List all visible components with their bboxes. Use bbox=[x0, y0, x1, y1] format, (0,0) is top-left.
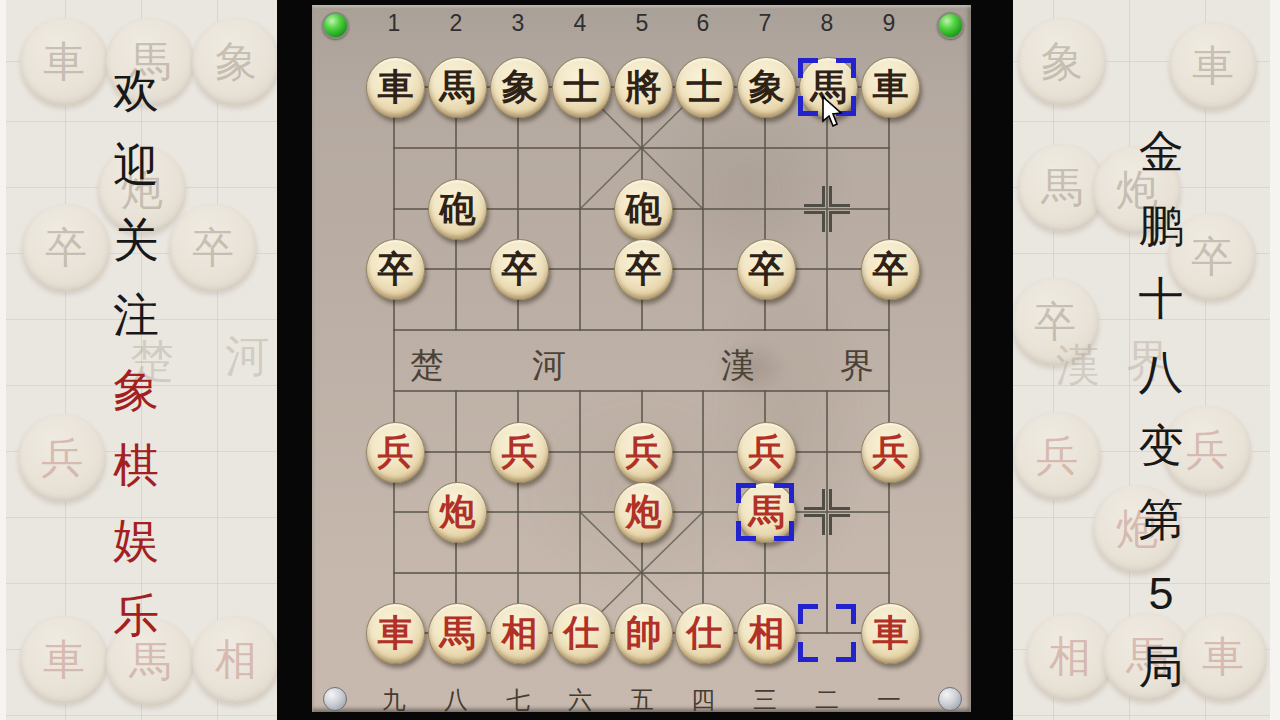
right-banner-character: 八 bbox=[1126, 345, 1196, 401]
left-banner-character: 乐 bbox=[101, 587, 171, 643]
app-window: { "game": "xiangqi", "title": "金鹏十八变第5局"… bbox=[0, 0, 1280, 720]
left-banner-character: 关 bbox=[101, 212, 171, 268]
red-piece-相[interactable]: 相 bbox=[737, 603, 796, 664]
grid-line-vertical bbox=[702, 86, 704, 331]
right-banner-character: 变 bbox=[1126, 418, 1196, 474]
red-piece-帥[interactable]: 帥 bbox=[614, 603, 673, 664]
ghost-piece: 兵 bbox=[1013, 412, 1101, 500]
red-piece-炮[interactable]: 炮 bbox=[614, 482, 673, 543]
ghost-piece: 車 bbox=[20, 616, 108, 704]
corner-screw-left bbox=[323, 687, 347, 711]
black-piece-象[interactable]: 象 bbox=[737, 57, 796, 118]
file-number-label: 五 bbox=[620, 684, 664, 716]
ghost-piece: 相 bbox=[1026, 613, 1114, 701]
crosshair-marker bbox=[804, 186, 850, 232]
column-number-label: 4 bbox=[560, 10, 600, 37]
corner-screw-right bbox=[938, 687, 962, 711]
river-label: 河 bbox=[527, 343, 571, 389]
column-number-label: 6 bbox=[683, 10, 723, 37]
ghost-river-character: 河 bbox=[225, 327, 269, 386]
left-banner-character: 象 bbox=[101, 362, 171, 418]
ghost-piece: 車 bbox=[20, 18, 108, 106]
right-banner-character: 第 bbox=[1126, 492, 1196, 548]
crosshair-marker bbox=[804, 489, 850, 535]
column-number-label: 1 bbox=[374, 10, 414, 37]
black-piece-車[interactable]: 車 bbox=[861, 57, 920, 118]
right-banner-character: 十 bbox=[1126, 271, 1196, 327]
red-piece-兵[interactable]: 兵 bbox=[490, 422, 549, 483]
status-led-left bbox=[322, 12, 349, 39]
ghost-river-character: 漢 bbox=[1056, 336, 1100, 395]
right-banner-character: 金 bbox=[1126, 124, 1196, 180]
move-origin-brackets bbox=[798, 604, 856, 662]
left-banner-character: 注 bbox=[101, 287, 171, 343]
file-number-label: 四 bbox=[681, 684, 725, 716]
grid-line-vertical bbox=[579, 390, 581, 634]
grid-line-vertical bbox=[888, 86, 890, 634]
black-piece-將[interactable]: 將 bbox=[614, 57, 673, 118]
file-number-label: 九 bbox=[372, 684, 416, 716]
red-piece-車[interactable]: 車 bbox=[861, 603, 920, 664]
ghost-piece: 相 bbox=[192, 616, 280, 704]
left-banner-character: 娱 bbox=[101, 512, 171, 568]
red-piece-兵[interactable]: 兵 bbox=[614, 422, 673, 483]
left-banner-character: 迎 bbox=[101, 137, 171, 193]
column-number-label: 3 bbox=[498, 10, 538, 37]
black-piece-卒[interactable]: 卒 bbox=[366, 239, 425, 300]
file-number-label: 六 bbox=[558, 684, 602, 716]
river-label: 界 bbox=[835, 343, 879, 389]
black-piece-象[interactable]: 象 bbox=[490, 57, 549, 118]
selection-brackets bbox=[736, 483, 794, 541]
ghost-piece: 象 bbox=[192, 18, 280, 106]
ghost-piece: 卒 bbox=[22, 204, 110, 292]
ghost-piece: 車 bbox=[1169, 22, 1257, 110]
ghost-piece: 卒 bbox=[169, 204, 257, 292]
column-number-label: 8 bbox=[807, 10, 847, 37]
black-piece-馬[interactable]: 馬 bbox=[428, 57, 487, 118]
red-piece-車[interactable]: 車 bbox=[366, 603, 425, 664]
red-piece-兵[interactable]: 兵 bbox=[366, 422, 425, 483]
left-banner-character: 棋 bbox=[101, 437, 171, 493]
black-piece-卒[interactable]: 卒 bbox=[490, 239, 549, 300]
column-number-label: 7 bbox=[745, 10, 785, 37]
river-label: 漢 bbox=[716, 343, 760, 389]
grid-line-vertical bbox=[579, 86, 581, 331]
red-piece-仕[interactable]: 仕 bbox=[552, 603, 611, 664]
grid-line-vertical bbox=[702, 390, 704, 634]
black-piece-卒[interactable]: 卒 bbox=[861, 239, 920, 300]
left-banner-character: 欢 bbox=[101, 62, 171, 118]
right-edge-strip bbox=[1270, 0, 1280, 720]
black-piece-車[interactable]: 車 bbox=[366, 57, 425, 118]
ghost-piece: 象 bbox=[1018, 18, 1106, 106]
column-number-label: 9 bbox=[869, 10, 909, 37]
black-piece-砲[interactable]: 砲 bbox=[614, 179, 673, 240]
red-piece-相[interactable]: 相 bbox=[490, 603, 549, 664]
mouse-cursor bbox=[820, 96, 844, 128]
red-piece-兵[interactable]: 兵 bbox=[861, 422, 920, 483]
black-piece-士[interactable]: 士 bbox=[552, 57, 611, 118]
red-piece-炮[interactable]: 炮 bbox=[428, 482, 487, 543]
black-piece-砲[interactable]: 砲 bbox=[428, 179, 487, 240]
file-number-label: 二 bbox=[805, 684, 849, 716]
file-number-label: 一 bbox=[867, 684, 911, 716]
grid-line-vertical bbox=[393, 86, 395, 634]
column-number-label: 2 bbox=[436, 10, 476, 37]
black-piece-卒[interactable]: 卒 bbox=[737, 239, 796, 300]
river-label: 楚 bbox=[405, 343, 449, 389]
red-piece-兵[interactable]: 兵 bbox=[737, 422, 796, 483]
status-led-right bbox=[937, 12, 964, 39]
right-banner-character: 5 bbox=[1126, 566, 1196, 622]
black-piece-士[interactable]: 士 bbox=[675, 57, 734, 118]
file-number-label: 三 bbox=[743, 684, 787, 716]
red-piece-仕[interactable]: 仕 bbox=[675, 603, 734, 664]
ghost-piece: 兵 bbox=[18, 414, 106, 502]
black-piece-卒[interactable]: 卒 bbox=[614, 239, 673, 300]
column-number-label: 5 bbox=[622, 10, 662, 37]
right-banner-character: 局 bbox=[1126, 639, 1196, 695]
right-banner-character: 鹏 bbox=[1126, 198, 1196, 254]
left-edge-strip bbox=[0, 0, 6, 720]
file-number-label: 八 bbox=[434, 684, 478, 716]
red-piece-馬[interactable]: 馬 bbox=[428, 603, 487, 664]
file-number-label: 七 bbox=[496, 684, 540, 716]
